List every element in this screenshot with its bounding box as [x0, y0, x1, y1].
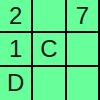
cell-r2c3[interactable]: [67, 33, 100, 66]
cell-r1c2[interactable]: [33, 0, 66, 33]
cell-r3c3[interactable]: [67, 67, 100, 100]
cell-r1c3[interactable]: 7: [67, 0, 100, 33]
cell-r3c2[interactable]: [33, 67, 66, 100]
cell-r2c2[interactable]: C: [33, 33, 66, 66]
cell-r1c1[interactable]: 2: [0, 0, 33, 33]
cell-r2c1[interactable]: 1: [0, 33, 33, 66]
cell-r3c1[interactable]: D: [0, 67, 33, 100]
puzzle-board: 2 7 1 C D: [0, 0, 100, 100]
